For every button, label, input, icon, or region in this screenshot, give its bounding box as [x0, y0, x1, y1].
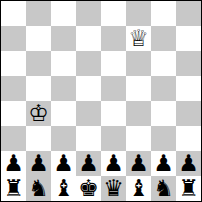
square-c1[interactable]: ♝ [51, 176, 76, 201]
square-g8[interactable] [151, 1, 176, 26]
black-knight-piece: ♞ [28, 176, 49, 201]
square-b8[interactable] [26, 1, 51, 26]
square-d4[interactable] [76, 101, 101, 126]
square-d1[interactable]: ♚ [76, 176, 101, 201]
chess-board: ♕♔♟♟♟♟♟♟♟♟♜♞♝♚♛♝♞♜ [0, 0, 202, 202]
square-a4[interactable] [1, 101, 26, 126]
square-c2[interactable]: ♟ [51, 151, 76, 176]
square-f7[interactable]: ♕ [126, 26, 151, 51]
square-a2[interactable]: ♟ [1, 151, 26, 176]
square-f5[interactable] [126, 76, 151, 101]
square-c4[interactable] [51, 101, 76, 126]
black-pawn-piece: ♟ [103, 151, 124, 176]
square-e7[interactable] [101, 26, 126, 51]
square-e6[interactable] [101, 51, 126, 76]
square-d8[interactable] [76, 1, 101, 26]
square-g4[interactable] [151, 101, 176, 126]
square-b1[interactable]: ♞ [26, 176, 51, 201]
black-pawn-piece: ♟ [153, 151, 174, 176]
black-queen-piece: ♛ [103, 176, 124, 201]
square-g2[interactable]: ♟ [151, 151, 176, 176]
square-b7[interactable] [26, 26, 51, 51]
square-a3[interactable] [1, 126, 26, 151]
square-b4[interactable]: ♔ [26, 101, 51, 126]
square-a1[interactable]: ♜ [1, 176, 26, 201]
square-c6[interactable] [51, 51, 76, 76]
square-g7[interactable] [151, 26, 176, 51]
black-pawn-piece: ♟ [3, 151, 24, 176]
square-g6[interactable] [151, 51, 176, 76]
square-c7[interactable] [51, 26, 76, 51]
square-b3[interactable] [26, 126, 51, 151]
square-f2[interactable]: ♟ [126, 151, 151, 176]
black-bishop-piece: ♝ [53, 176, 74, 201]
square-c8[interactable] [51, 1, 76, 26]
square-h7[interactable] [176, 26, 201, 51]
square-h2[interactable]: ♟ [176, 151, 201, 176]
square-d6[interactable] [76, 51, 101, 76]
square-b6[interactable] [26, 51, 51, 76]
black-pawn-piece: ♟ [28, 151, 49, 176]
square-b2[interactable]: ♟ [26, 151, 51, 176]
square-c5[interactable] [51, 76, 76, 101]
square-f3[interactable] [126, 126, 151, 151]
square-g3[interactable] [151, 126, 176, 151]
square-a6[interactable] [1, 51, 26, 76]
square-a8[interactable] [1, 1, 26, 26]
square-f8[interactable] [126, 1, 151, 26]
square-a7[interactable] [1, 26, 26, 51]
black-knight-piece: ♞ [153, 176, 174, 201]
square-e5[interactable] [101, 76, 126, 101]
square-d3[interactable] [76, 126, 101, 151]
square-g1[interactable]: ♞ [151, 176, 176, 201]
black-pawn-piece: ♟ [78, 151, 99, 176]
black-bishop-piece: ♝ [128, 176, 149, 201]
black-king-piece: ♚ [78, 176, 99, 201]
square-h8[interactable] [176, 1, 201, 26]
square-e4[interactable] [101, 101, 126, 126]
square-b5[interactable] [26, 76, 51, 101]
square-d2[interactable]: ♟ [76, 151, 101, 176]
black-rook-piece: ♜ [178, 176, 199, 201]
square-h6[interactable] [176, 51, 201, 76]
square-e2[interactable]: ♟ [101, 151, 126, 176]
square-h4[interactable] [176, 101, 201, 126]
white-king-piece: ♔ [28, 101, 49, 126]
square-h3[interactable] [176, 126, 201, 151]
square-e8[interactable] [101, 1, 126, 26]
square-f4[interactable] [126, 101, 151, 126]
square-c3[interactable] [51, 126, 76, 151]
white-queen-piece: ♕ [128, 26, 149, 51]
square-f6[interactable] [126, 51, 151, 76]
square-h1[interactable]: ♜ [176, 176, 201, 201]
square-d5[interactable] [76, 76, 101, 101]
square-h5[interactable] [176, 76, 201, 101]
square-e1[interactable]: ♛ [101, 176, 126, 201]
square-e3[interactable] [101, 126, 126, 151]
square-g5[interactable] [151, 76, 176, 101]
black-pawn-piece: ♟ [53, 151, 74, 176]
black-rook-piece: ♜ [3, 176, 24, 201]
square-d7[interactable] [76, 26, 101, 51]
black-pawn-piece: ♟ [178, 151, 199, 176]
square-f1[interactable]: ♝ [126, 176, 151, 201]
black-pawn-piece: ♟ [128, 151, 149, 176]
square-a5[interactable] [1, 76, 26, 101]
